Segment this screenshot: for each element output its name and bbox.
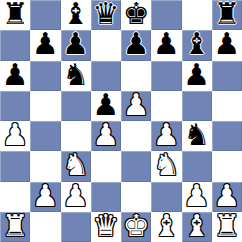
piece-black-pawn: ♟	[92, 90, 119, 120]
square-e3[interactable]	[121, 151, 151, 181]
piece-white-king: ♚	[123, 211, 150, 241]
piece-black-pawn: ♟	[213, 29, 240, 59]
square-f1[interactable]: ♝	[151, 212, 181, 242]
square-c6[interactable]: ♞	[61, 61, 91, 91]
piece-white-pawn: ♟	[2, 120, 29, 150]
piece-white-bishop: ♝	[183, 211, 210, 241]
square-b1[interactable]	[30, 212, 60, 242]
piece-black-knight: ♞	[183, 120, 210, 150]
piece-black-knight: ♞	[62, 60, 89, 90]
piece-black-pawn: ♟	[123, 29, 150, 59]
piece-black-king: ♚	[123, 0, 150, 29]
square-c5[interactable]	[61, 91, 91, 121]
piece-black-rook: ♜	[2, 0, 29, 29]
piece-white-queen: ♛	[92, 211, 119, 241]
square-e4[interactable]	[121, 121, 151, 151]
square-f7[interactable]: ♟	[151, 30, 181, 60]
piece-white-pawn: ♟	[183, 181, 210, 211]
piece-white-knight: ♞	[153, 150, 180, 180]
piece-white-pawn: ♟	[213, 181, 240, 211]
square-f6[interactable]	[151, 61, 181, 91]
piece-black-pawn: ♟	[2, 60, 29, 90]
chess-board: ♜♝♛♚♜♟♟♟♟♝♟♟♞♟♟♟♟♟♟♞♞♞♟♟♟♟♜♛♚♝♝♜	[0, 0, 242, 242]
piece-white-knight: ♞	[62, 150, 89, 180]
piece-black-pawn: ♟	[62, 29, 89, 59]
piece-white-pawn: ♟	[32, 181, 59, 211]
chessboard-screenshot: ♜♝♛♚♜♟♟♟♟♝♟♟♞♟♟♟♟♟♟♞♞♞♟♟♟♟♜♛♚♝♝♜	[0, 0, 242, 242]
piece-black-rook: ♜	[213, 0, 240, 29]
piece-black-bishop: ♝	[183, 29, 210, 59]
square-g6[interactable]: ♟	[182, 61, 212, 91]
square-a1[interactable]: ♜	[0, 212, 30, 242]
square-b6[interactable]	[30, 61, 60, 91]
piece-black-pawn: ♟	[183, 60, 210, 90]
piece-white-pawn: ♟	[92, 120, 119, 150]
square-a4[interactable]: ♟	[0, 121, 30, 151]
square-h1[interactable]: ♜	[212, 212, 242, 242]
square-a6[interactable]: ♟	[0, 61, 30, 91]
square-b4[interactable]	[30, 121, 60, 151]
piece-white-rook: ♜	[213, 211, 240, 241]
square-d4[interactable]: ♟	[91, 121, 121, 151]
square-h7[interactable]: ♟	[212, 30, 242, 60]
piece-white-pawn: ♟	[123, 90, 150, 120]
piece-white-pawn: ♟	[153, 120, 180, 150]
square-h6[interactable]	[212, 61, 242, 91]
square-e7[interactable]: ♟	[121, 30, 151, 60]
piece-white-rook: ♜	[2, 211, 29, 241]
square-h5[interactable]	[212, 91, 242, 121]
square-e5[interactable]: ♟	[121, 91, 151, 121]
piece-black-bishop: ♝	[62, 0, 89, 29]
square-b5[interactable]	[30, 91, 60, 121]
square-g1[interactable]: ♝	[182, 212, 212, 242]
square-h4[interactable]	[212, 121, 242, 151]
piece-black-queen: ♛	[92, 0, 119, 29]
square-f3[interactable]: ♞	[151, 151, 181, 181]
square-d3[interactable]	[91, 151, 121, 181]
piece-black-pawn: ♟	[153, 29, 180, 59]
square-d1[interactable]: ♛	[91, 212, 121, 242]
square-e1[interactable]: ♚	[121, 212, 151, 242]
square-a8[interactable]: ♜	[0, 0, 30, 30]
square-a3[interactable]	[0, 151, 30, 181]
piece-white-pawn: ♟	[62, 181, 89, 211]
square-c2[interactable]: ♟	[61, 182, 91, 212]
piece-black-pawn: ♟	[32, 29, 59, 59]
square-b7[interactable]: ♟	[30, 30, 60, 60]
square-d7[interactable]	[91, 30, 121, 60]
square-d8[interactable]: ♛	[91, 0, 121, 30]
square-g4[interactable]: ♞	[182, 121, 212, 151]
piece-white-bishop: ♝	[153, 211, 180, 241]
square-c1[interactable]	[61, 212, 91, 242]
square-b2[interactable]: ♟	[30, 182, 60, 212]
